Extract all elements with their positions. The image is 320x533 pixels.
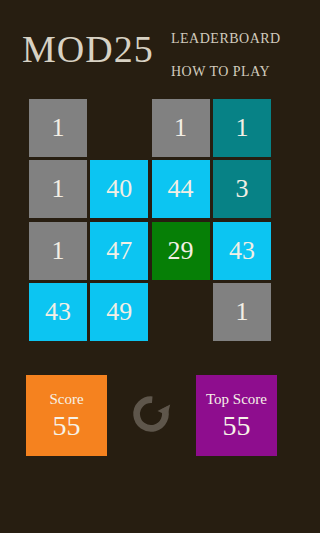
top-score-value: 55 bbox=[223, 412, 251, 440]
tile: 1 bbox=[152, 99, 210, 157]
score-box: Score 55 bbox=[26, 375, 107, 456]
tile: 1 bbox=[29, 99, 87, 157]
tile: 1 bbox=[29, 160, 87, 218]
tile: 1 bbox=[29, 222, 87, 280]
leaderboard-link[interactable]: LEADERBOARD bbox=[171, 31, 281, 46]
empty-cell bbox=[152, 283, 210, 341]
header-menu: LEADERBOARD HOW TO PLAY bbox=[171, 31, 281, 79]
top-score-box: Top Score 55 bbox=[196, 375, 277, 456]
empty-cell bbox=[90, 99, 148, 157]
tile: 49 bbox=[90, 283, 148, 341]
tile: 40 bbox=[90, 160, 148, 218]
game-board[interactable]: 111140443147294343491 bbox=[29, 99, 271, 341]
tile: 47 bbox=[90, 222, 148, 280]
tile: 43 bbox=[29, 283, 87, 341]
top-score-label: Top Score bbox=[206, 391, 267, 407]
score-value: 55 bbox=[53, 412, 81, 440]
tile: 29 bbox=[152, 222, 210, 280]
tile: 1 bbox=[213, 283, 271, 341]
how-to-play-link[interactable]: HOW TO PLAY bbox=[171, 64, 281, 79]
page-title: MOD25 bbox=[22, 30, 154, 68]
tile: 1 bbox=[213, 99, 271, 157]
score-label: Score bbox=[49, 391, 83, 407]
restart-button[interactable] bbox=[128, 391, 174, 437]
tile: 43 bbox=[213, 222, 271, 280]
tile: 44 bbox=[152, 160, 210, 218]
refresh-clockwise-arrow-icon bbox=[128, 391, 174, 437]
tile: 3 bbox=[213, 160, 271, 218]
